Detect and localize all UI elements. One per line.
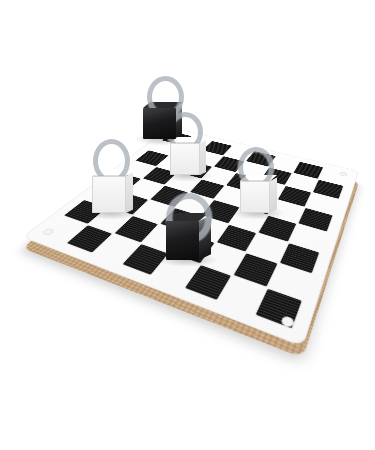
cube-top-face	[143, 102, 183, 108]
product-photo-scene	[0, 0, 375, 450]
board-grid	[40, 131, 349, 329]
piece-handle	[147, 76, 184, 118]
